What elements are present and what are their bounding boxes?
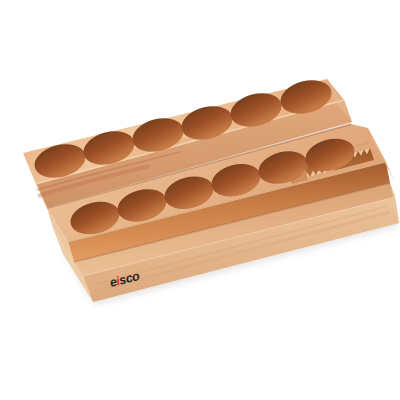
product-photo-stage: eisco — [0, 0, 400, 400]
wooden-rack-image: eisco — [0, 0, 400, 400]
